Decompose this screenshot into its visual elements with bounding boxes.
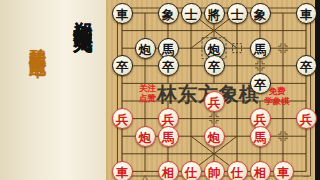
board-piece-red[interactable]: 車 [273,161,294,180]
board-piece-red[interactable]: 炮 [135,126,156,147]
title-vertical-text: 郑惟桐冲中兵飞刀 [71,7,97,23]
board-piece-red[interactable]: 仕 [181,161,202,180]
board-piece-red[interactable]: 馬 [158,126,179,147]
board-piece-black[interactable]: 卒 [250,73,271,94]
board-piece-black[interactable]: 將 [204,3,225,24]
board-piece-black[interactable]: 馬 [250,38,271,59]
board-piece-black[interactable]: 象 [250,3,271,24]
right-edge-strip [315,0,320,180]
title-panel: 碧桂园全国冠军 郑惟桐冲中兵飞刀 [0,0,106,180]
board-piece-black[interactable]: 車 [296,3,317,24]
board-piece-red[interactable]: 兵 [204,91,225,112]
board-piece-black[interactable]: 士 [227,3,248,24]
board-piece-red[interactable]: 相 [158,161,179,180]
board-piece-black[interactable]: 象 [158,3,179,24]
board-piece-black[interactable]: 卒 [296,55,317,76]
board-piece-black[interactable]: 卒 [112,55,133,76]
board-piece-red[interactable]: 車 [112,161,133,180]
board-piece-red[interactable]: 馬 [250,126,271,147]
board-piece-black[interactable]: 車 [112,3,133,24]
board-piece-red[interactable]: 兵 [112,108,133,129]
board-piece-black[interactable]: 卒 [158,55,179,76]
xiangqi-board[interactable]: 九八七六五四三二一 关注 点赞 林东方象棋 免费 学象棋 車象士將士象車炮馬炮馬… [106,0,315,180]
subtitle-vertical-text: 碧桂园全国冠军 [27,34,50,52]
board-piece-red[interactable]: 炮 [204,126,225,147]
board-piece-red[interactable]: 兵 [296,108,317,129]
board-piece-black[interactable]: 卒 [204,55,225,76]
board-piece-red[interactable]: 仕 [227,161,248,180]
board-piece-red[interactable]: 相 [250,161,271,180]
board-piece-black[interactable]: 炮 [135,38,156,59]
pieces-layer: 車象士將士象車炮馬炮馬卒卒卒卒卒兵兵兵兵兵炮馬炮馬車相仕帥仕相車 [106,0,315,180]
board-piece-black[interactable]: 士 [181,3,202,24]
board-piece-red[interactable]: 帥 [204,161,225,180]
video-frame: 碧桂园全国冠军 郑惟桐冲中兵飞刀 九八七六五四三二一 关注 点赞 林东方象棋 免… [0,0,320,180]
